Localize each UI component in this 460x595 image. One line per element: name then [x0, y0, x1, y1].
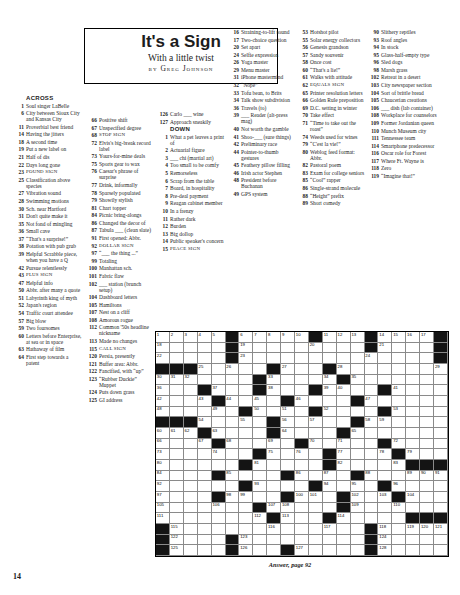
cell-r20c3[interactable]	[184, 535, 198, 546]
cell-r12c15[interactable]	[351, 449, 365, 460]
cell-r10c5[interactable]: 63	[212, 428, 226, 439]
cell-r15c9[interactable]	[267, 481, 281, 492]
cell-r17c11[interactable]	[295, 503, 309, 514]
cell-r17c5[interactable]: 106	[212, 503, 226, 514]
crossword-grid[interactable]: 1234567891011121314151617181920212223242…	[155, 331, 449, 557]
cell-r21c12[interactable]	[309, 545, 323, 556]
cell-r4c8[interactable]	[253, 364, 267, 375]
cell-r9c10[interactable]: 56	[281, 417, 295, 428]
cell-r15c13[interactable]: 94	[323, 481, 337, 492]
cell-r6c18[interactable]: 41	[392, 385, 406, 396]
cell-r18c7[interactable]	[239, 513, 253, 524]
cell-r2c19[interactable]	[406, 343, 420, 354]
cell-r4c20[interactable]	[420, 364, 434, 375]
cell-r15c21[interactable]	[434, 481, 448, 492]
cell-r20c8[interactable]	[253, 535, 267, 546]
cell-r16c13[interactable]	[323, 492, 337, 503]
cell-r19c9[interactable]: 116	[267, 524, 281, 535]
cell-r5c3[interactable]: 32	[184, 375, 198, 386]
cell-r13c16[interactable]	[365, 460, 379, 471]
cell-r7c20[interactable]	[420, 396, 434, 407]
cell-r7c21[interactable]	[434, 396, 448, 407]
cell-r8c21[interactable]	[434, 407, 448, 418]
cell-r12c9[interactable]: 75	[267, 449, 281, 460]
cell-r3c8[interactable]	[253, 353, 267, 364]
cell-r6c5[interactable]: 37	[212, 385, 226, 396]
cell-r4c15[interactable]	[351, 364, 365, 375]
cell-r19c21[interactable]: 121	[434, 524, 448, 535]
cell-r10c1[interactable]: 60	[156, 428, 170, 439]
cell-r11c19[interactable]	[406, 439, 420, 450]
cell-r7c14[interactable]	[337, 396, 351, 407]
cell-r15c16[interactable]	[365, 481, 379, 492]
cell-r19c18[interactable]	[392, 524, 406, 535]
cell-r2c3[interactable]	[184, 343, 198, 354]
cell-r4c4[interactable]: 25	[198, 364, 212, 375]
cell-r16c2[interactable]	[170, 492, 184, 503]
cell-r17c17[interactable]	[378, 503, 392, 514]
cell-r6c13[interactable]: 39	[323, 385, 337, 396]
cell-r20c14[interactable]	[337, 535, 351, 546]
cell-r11c18[interactable]: 72	[392, 439, 406, 450]
cell-r4c10[interactable]: 27	[281, 364, 295, 375]
cell-r11c20[interactable]	[420, 439, 434, 450]
cell-r20c19[interactable]	[406, 535, 420, 546]
cell-r19c8[interactable]	[253, 524, 267, 535]
cell-r5c2[interactable]: 31	[170, 375, 184, 386]
cell-r7c9[interactable]	[267, 396, 281, 407]
cell-r14c8[interactable]	[253, 471, 267, 482]
cell-r15c6[interactable]	[226, 481, 240, 492]
cell-r7c18[interactable]	[392, 396, 406, 407]
cell-r12c14[interactable]: 77	[337, 449, 351, 460]
cell-r4c14[interactable]: 28	[337, 364, 351, 375]
cell-r16c1[interactable]: 97	[156, 492, 170, 503]
cell-r21c19[interactable]	[406, 545, 420, 556]
cell-r8c19[interactable]	[406, 407, 420, 418]
cell-r13c12[interactable]	[309, 460, 323, 471]
cell-r15c19[interactable]	[406, 481, 420, 492]
cell-r17c16[interactable]	[365, 503, 379, 514]
cell-r6c6[interactable]	[226, 385, 240, 396]
cell-r12c21[interactable]	[434, 449, 448, 460]
cell-r14c6[interactable]: 85	[226, 471, 240, 482]
cell-r4c7[interactable]	[239, 364, 253, 375]
cell-r3c20[interactable]	[420, 353, 434, 364]
cell-r4c6[interactable]: 26	[226, 364, 240, 375]
cell-r14c14[interactable]	[337, 471, 351, 482]
cell-r3c4[interactable]	[198, 353, 212, 364]
cell-r5c15[interactable]: 35	[351, 375, 365, 386]
cell-r3c10[interactable]	[281, 353, 295, 364]
cell-r16c17[interactable]: 103	[378, 492, 392, 503]
cell-r12c6[interactable]	[226, 449, 240, 460]
cell-r4c11[interactable]	[295, 364, 309, 375]
cell-r2c15[interactable]	[351, 343, 365, 354]
cell-r11c1[interactable]: 66	[156, 439, 170, 450]
cell-r17c9[interactable]: 107	[267, 503, 281, 514]
cell-r1c15[interactable]: 13	[351, 332, 365, 343]
cell-r5c5[interactable]	[212, 375, 226, 386]
cell-r8c5[interactable]: 49	[212, 407, 226, 418]
cell-r10c7[interactable]	[239, 428, 253, 439]
cell-r17c3[interactable]	[184, 503, 198, 514]
cell-r11c13[interactable]	[323, 439, 337, 450]
cell-r8c20[interactable]	[420, 407, 434, 418]
cell-r6c9[interactable]: 38	[267, 385, 281, 396]
cell-r21c13[interactable]	[323, 545, 337, 556]
cell-r17c10[interactable]: 108	[281, 503, 295, 514]
cell-r9c19[interactable]	[406, 417, 420, 428]
cell-r17c12[interactable]	[309, 503, 323, 514]
cell-r17c19[interactable]	[406, 503, 420, 514]
cell-r20c7[interactable]: 123	[239, 535, 253, 546]
cell-r13c15[interactable]	[351, 460, 365, 471]
cell-r2c17[interactable]: 21	[378, 343, 392, 354]
cell-r20c10[interactable]	[281, 535, 295, 546]
cell-r1c1[interactable]: 1	[156, 332, 170, 343]
cell-r11c6[interactable]: 68	[226, 439, 240, 450]
cell-r14c17[interactable]	[378, 471, 392, 482]
cell-r19c20[interactable]: 120	[420, 524, 434, 535]
cell-r9c16[interactable]: 58	[365, 417, 379, 428]
cell-r10c18[interactable]	[392, 428, 406, 439]
cell-r10c13[interactable]	[323, 428, 337, 439]
cell-r14c2[interactable]	[170, 471, 184, 482]
cell-r11c15[interactable]	[351, 439, 365, 450]
cell-r2c18[interactable]	[392, 343, 406, 354]
cell-r14c9[interactable]	[267, 471, 281, 482]
cell-r16c11[interactable]: 100	[295, 492, 309, 503]
cell-r21c21[interactable]	[434, 545, 448, 556]
cell-r13c2[interactable]	[170, 460, 184, 471]
cell-r7c13[interactable]	[323, 396, 337, 407]
cell-r1c5[interactable]: 5	[212, 332, 226, 343]
cell-r13c17[interactable]	[378, 460, 392, 471]
cell-r10c3[interactable]: 62	[184, 428, 198, 439]
cell-r18c11[interactable]	[295, 513, 309, 524]
cell-r5c17[interactable]	[378, 375, 392, 386]
cell-r7c6[interactable]: 44	[226, 396, 240, 407]
cell-r15c15[interactable]: 95	[351, 481, 365, 492]
cell-r12c10[interactable]	[281, 449, 295, 460]
cell-r19c7[interactable]	[239, 524, 253, 535]
cell-r5c1[interactable]: 30	[156, 375, 170, 386]
cell-r7c17[interactable]	[378, 396, 392, 407]
cell-r5c9[interactable]: 33	[267, 375, 281, 386]
cell-r21c5[interactable]	[212, 545, 226, 556]
cell-r1c9[interactable]: 8	[267, 332, 281, 343]
cell-r5c16[interactable]	[365, 375, 379, 386]
cell-r3c7[interactable]: 23	[239, 353, 253, 364]
cell-r6c11[interactable]	[295, 385, 309, 396]
cell-r15c10[interactable]	[281, 481, 295, 492]
cell-r12c7[interactable]	[239, 449, 253, 460]
cell-r13c10[interactable]	[281, 460, 295, 471]
cell-r8c14[interactable]	[337, 407, 351, 418]
cell-r9c11[interactable]	[295, 417, 309, 428]
cell-r7c3[interactable]	[184, 396, 198, 407]
cell-r5c19[interactable]	[406, 375, 420, 386]
cell-r6c1[interactable]: 36	[156, 385, 170, 396]
cell-r12c17[interactable]: 78	[378, 449, 392, 460]
cell-r9c12[interactable]: 57	[309, 417, 323, 428]
cell-r20c15[interactable]	[351, 535, 365, 546]
cell-r14c20[interactable]: 90	[420, 471, 434, 482]
cell-r21c18[interactable]	[392, 545, 406, 556]
cell-r14c4[interactable]	[198, 471, 212, 482]
cell-r7c7[interactable]	[239, 396, 253, 407]
cell-r19c11[interactable]	[295, 524, 309, 535]
cell-r14c1[interactable]: 84	[156, 471, 170, 482]
cell-r6c10[interactable]	[281, 385, 295, 396]
cell-r15c1[interactable]: 92	[156, 481, 170, 492]
cell-r8c15[interactable]	[351, 407, 365, 418]
cell-r16c6[interactable]: 98	[226, 492, 240, 503]
cell-r19c10[interactable]	[281, 524, 295, 535]
cell-r2c7[interactable]: 19	[239, 343, 253, 354]
cell-r15c14[interactable]	[337, 481, 351, 492]
cell-r10c2[interactable]: 61	[170, 428, 184, 439]
cell-r15c4[interactable]	[198, 481, 212, 492]
cell-r19c4[interactable]	[198, 524, 212, 535]
cell-r15c5[interactable]	[212, 481, 226, 492]
cell-r12c5[interactable]: 74	[212, 449, 226, 460]
cell-r1c7[interactable]: 6	[239, 332, 253, 343]
cell-r12c11[interactable]: 76	[295, 449, 309, 460]
cell-r12c19[interactable]: 79	[406, 449, 420, 460]
cell-r3c2[interactable]	[170, 353, 184, 364]
cell-r8c10[interactable]: 51	[281, 407, 295, 418]
cell-r19c19[interactable]: 119	[406, 524, 420, 535]
cell-r7c1[interactable]: 42	[156, 396, 170, 407]
cell-r11c14[interactable]: 71	[337, 439, 351, 450]
cell-r5c7[interactable]	[239, 375, 253, 386]
cell-r17c1[interactable]: 105	[156, 503, 170, 514]
cell-r6c20[interactable]	[420, 385, 434, 396]
cell-r11c16[interactable]	[365, 439, 379, 450]
cell-r18c1[interactable]: 111	[156, 513, 170, 524]
cell-r15c11[interactable]	[295, 481, 309, 492]
cell-r8c8[interactable]: 50	[253, 407, 267, 418]
cell-r21c11[interactable]: 127	[295, 545, 309, 556]
cell-r8c1[interactable]: 48	[156, 407, 170, 418]
cell-r8c3[interactable]	[184, 407, 198, 418]
cell-r21c8[interactable]	[253, 545, 267, 556]
cell-r17c15[interactable]: 109	[351, 503, 365, 514]
cell-r11c2[interactable]	[170, 439, 184, 450]
cell-r18c8[interactable]: 112	[253, 513, 267, 524]
cell-r2c10[interactable]	[281, 343, 295, 354]
cell-r11c9[interactable]: 69	[267, 439, 281, 450]
cell-r18c6[interactable]	[226, 513, 240, 524]
cell-r2c11[interactable]	[295, 343, 309, 354]
cell-r2c8[interactable]	[253, 343, 267, 354]
cell-r8c4[interactable]	[198, 407, 212, 418]
cell-r11c8[interactable]	[253, 439, 267, 450]
cell-r9c6[interactable]	[226, 417, 240, 428]
cell-r6c2[interactable]	[170, 385, 184, 396]
cell-r2c9[interactable]	[267, 343, 281, 354]
cell-r20c20[interactable]	[420, 535, 434, 546]
cell-r19c2[interactable]: 115	[170, 524, 184, 535]
cell-r17c2[interactable]	[170, 503, 184, 514]
cell-r5c13[interactable]: 34	[323, 375, 337, 386]
cell-r18c15[interactable]	[351, 513, 365, 524]
cell-r13c5[interactable]	[212, 460, 226, 471]
cell-r12c2[interactable]	[170, 449, 184, 460]
cell-r3c19[interactable]	[406, 353, 420, 364]
cell-r13c9[interactable]	[267, 460, 281, 471]
cell-r8c11[interactable]	[295, 407, 309, 418]
cell-r20c17[interactable]: 124	[378, 535, 392, 546]
cell-r21c3[interactable]	[184, 545, 198, 556]
cell-r11c10[interactable]	[281, 439, 295, 450]
cell-r1c2[interactable]: 2	[170, 332, 184, 343]
cell-r19c13[interactable]: 117	[323, 524, 337, 535]
cell-r8c13[interactable]: 52	[323, 407, 337, 418]
cell-r5c12[interactable]	[309, 375, 323, 386]
cell-r5c4[interactable]	[198, 375, 212, 386]
cell-r15c8[interactable]: 93	[253, 481, 267, 492]
cell-r10c10[interactable]: 64	[281, 428, 295, 439]
cell-r5c21[interactable]	[434, 375, 448, 386]
cell-r18c4[interactable]	[198, 513, 212, 524]
cell-r8c2[interactable]	[170, 407, 184, 418]
cell-r16c12[interactable]: 101	[309, 492, 323, 503]
cell-r14c13[interactable]: 87	[323, 471, 337, 482]
cell-r13c6[interactable]	[226, 460, 240, 471]
cell-r16c16[interactable]	[365, 492, 379, 503]
cell-r2c12[interactable]: 20	[309, 343, 323, 354]
cell-r2c1[interactable]: 18	[156, 343, 170, 354]
cell-r14c12[interactable]	[309, 471, 323, 482]
cell-r17c6[interactable]	[226, 503, 240, 514]
cell-r12c1[interactable]: 73	[156, 449, 170, 460]
cell-r6c7[interactable]	[239, 385, 253, 396]
cell-r16c3[interactable]	[184, 492, 198, 503]
cell-r10c12[interactable]	[309, 428, 323, 439]
cell-r6c16[interactable]	[365, 385, 379, 396]
cell-r9c20[interactable]	[420, 417, 434, 428]
cell-r10c20[interactable]	[420, 428, 434, 439]
cell-r19c14[interactable]	[337, 524, 351, 535]
cell-r12c12[interactable]	[309, 449, 323, 460]
cell-r7c12[interactable]	[309, 396, 323, 407]
cell-r20c5[interactable]	[212, 535, 226, 546]
cell-r19c15[interactable]	[351, 524, 365, 535]
cell-r6c15[interactable]	[351, 385, 365, 396]
cell-r20c4[interactable]	[198, 535, 212, 546]
cell-r5c11[interactable]	[295, 375, 309, 386]
cell-r4c12[interactable]	[309, 364, 323, 375]
cell-r17c20[interactable]	[420, 503, 434, 514]
cell-r20c13[interactable]	[323, 535, 337, 546]
cell-r1c17[interactable]: 14	[378, 332, 392, 343]
cell-r12c3[interactable]	[184, 449, 198, 460]
cell-r14c7[interactable]	[239, 471, 253, 482]
cell-r2c14[interactable]	[337, 343, 351, 354]
cell-r14c11[interactable]: 86	[295, 471, 309, 482]
cell-r1c3[interactable]: 3	[184, 332, 198, 343]
cell-r18c10[interactable]: 113	[281, 513, 295, 524]
cell-r18c16[interactable]	[365, 513, 379, 524]
cell-r3c18[interactable]	[392, 353, 406, 364]
cell-r16c20[interactable]	[420, 492, 434, 503]
cell-r9c13[interactable]	[323, 417, 337, 428]
cell-r18c12[interactable]	[309, 513, 323, 524]
cell-r20c18[interactable]	[392, 535, 406, 546]
cell-r3c3[interactable]	[184, 353, 198, 364]
cell-r3c11[interactable]	[295, 353, 309, 364]
cell-r2c13[interactable]	[323, 343, 337, 354]
cell-r1c4[interactable]: 4	[198, 332, 212, 343]
cell-r17c4[interactable]	[198, 503, 212, 514]
cell-r16c7[interactable]: 99	[239, 492, 253, 503]
cell-r4c21[interactable]: 29	[434, 364, 448, 375]
cell-r21c15[interactable]	[351, 545, 365, 556]
cell-r21c9[interactable]	[267, 545, 281, 556]
cell-r3c14[interactable]	[337, 353, 351, 364]
cell-r11c3[interactable]	[184, 439, 198, 450]
cell-r14c19[interactable]: 89	[406, 471, 420, 482]
cell-r16c19[interactable]: 104	[406, 492, 420, 503]
cell-r13c4[interactable]	[198, 460, 212, 471]
cell-r15c3[interactable]	[184, 481, 198, 492]
cell-r21c7[interactable]: 126	[239, 545, 253, 556]
cell-r1c19[interactable]: 16	[406, 332, 420, 343]
cell-r2c5[interactable]	[212, 343, 226, 354]
cell-r4c16[interactable]	[365, 364, 379, 375]
cell-r3c1[interactable]: 22	[156, 353, 170, 364]
cell-r15c2[interactable]	[170, 481, 184, 492]
cell-r6c3[interactable]	[184, 385, 198, 396]
cell-r2c2[interactable]	[170, 343, 184, 354]
cell-r9c7[interactable]: 55	[239, 417, 253, 428]
cell-r9c4[interactable]: 54	[198, 417, 212, 428]
cell-r18c3[interactable]	[184, 513, 198, 524]
cell-r1c20[interactable]: 17	[420, 332, 434, 343]
cell-r14c3[interactable]	[184, 471, 198, 482]
cell-r21c17[interactable]: 128	[378, 545, 392, 556]
cell-r18c14[interactable]: 114	[337, 513, 351, 524]
cell-r13c3[interactable]	[184, 460, 198, 471]
cell-r3c9[interactable]	[267, 353, 281, 364]
cell-r20c21[interactable]	[434, 535, 448, 546]
cell-r4c19[interactable]	[406, 364, 420, 375]
cell-r3c13[interactable]	[323, 353, 337, 364]
cell-r14c18[interactable]	[392, 471, 406, 482]
cell-r5c20[interactable]	[420, 375, 434, 386]
cell-r12c16[interactable]	[365, 449, 379, 460]
cell-r10c16[interactable]	[365, 428, 379, 439]
cell-r4c17[interactable]	[378, 364, 392, 375]
cell-r16c21[interactable]	[434, 492, 448, 503]
cell-r1c18[interactable]: 15	[392, 332, 406, 343]
cell-r19c12[interactable]	[309, 524, 323, 535]
cell-r6c14[interactable]: 40	[337, 385, 351, 396]
cell-r3c16[interactable]: 24	[365, 353, 379, 364]
cell-r6c19[interactable]	[406, 385, 420, 396]
cell-r9c21[interactable]	[434, 417, 448, 428]
cell-r20c2[interactable]: 122	[170, 535, 184, 546]
cell-r3c15[interactable]	[351, 353, 365, 364]
cell-r21c4[interactable]	[198, 545, 212, 556]
cell-r10c21[interactable]	[434, 428, 448, 439]
cell-r10c17[interactable]	[378, 428, 392, 439]
cell-r7c19[interactable]	[406, 396, 420, 407]
cell-r11c21[interactable]	[434, 439, 448, 450]
